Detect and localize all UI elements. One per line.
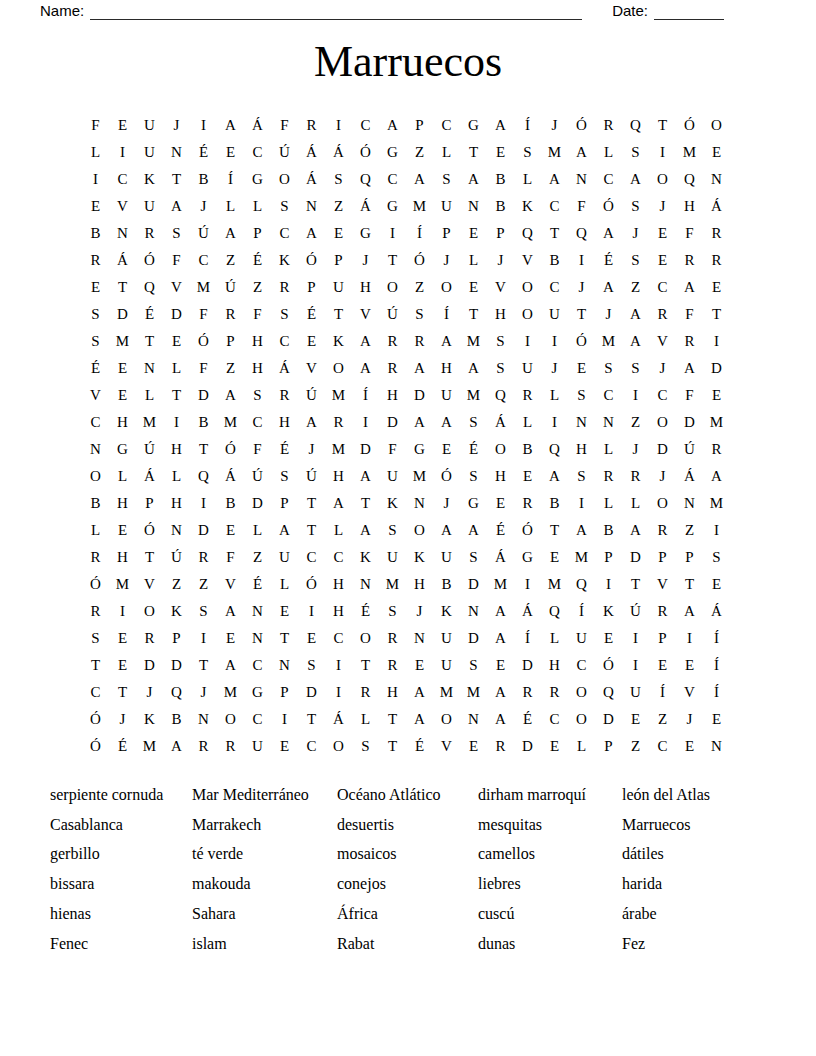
grid-cell[interactable]: C xyxy=(541,706,568,733)
grid-cell[interactable]: S xyxy=(622,139,649,166)
grid-cell[interactable]: S xyxy=(298,652,325,679)
grid-cell[interactable]: D xyxy=(595,706,622,733)
grid-cell[interactable]: N xyxy=(271,652,298,679)
grid-cell[interactable]: B xyxy=(541,247,568,274)
grid-cell[interactable]: U xyxy=(136,193,163,220)
grid-cell[interactable]: M xyxy=(703,409,730,436)
grid-cell[interactable]: É xyxy=(136,301,163,328)
grid-cell[interactable]: D xyxy=(244,490,271,517)
grid-cell[interactable]: E xyxy=(703,139,730,166)
grid-cell[interactable]: R xyxy=(379,652,406,679)
grid-cell[interactable]: S xyxy=(703,544,730,571)
grid-cell[interactable]: Ó xyxy=(406,247,433,274)
grid-cell[interactable]: B xyxy=(82,220,109,247)
grid-cell[interactable]: Z xyxy=(217,247,244,274)
grid-cell[interactable]: H xyxy=(325,598,352,625)
grid-cell[interactable]: L xyxy=(217,193,244,220)
grid-cell[interactable]: F xyxy=(244,436,271,463)
grid-cell[interactable]: M xyxy=(703,490,730,517)
grid-cell[interactable]: L xyxy=(82,139,109,166)
grid-cell[interactable]: É xyxy=(244,247,271,274)
grid-cell[interactable]: A xyxy=(217,652,244,679)
grid-cell[interactable]: E xyxy=(109,517,136,544)
grid-cell[interactable]: S xyxy=(82,301,109,328)
grid-cell[interactable]: L xyxy=(595,139,622,166)
grid-cell[interactable]: S xyxy=(82,625,109,652)
grid-cell[interactable]: C xyxy=(325,544,352,571)
grid-cell[interactable]: I xyxy=(325,679,352,706)
grid-cell[interactable]: A xyxy=(352,517,379,544)
grid-cell[interactable]: Ó xyxy=(514,517,541,544)
grid-cell[interactable]: Ó xyxy=(190,328,217,355)
grid-cell[interactable]: M xyxy=(460,382,487,409)
grid-cell[interactable]: E xyxy=(460,220,487,247)
grid-cell[interactable]: U xyxy=(379,544,406,571)
grid-cell[interactable]: Ó xyxy=(433,463,460,490)
grid-cell[interactable]: E xyxy=(406,652,433,679)
grid-cell[interactable]: Ú xyxy=(217,274,244,301)
grid-cell[interactable]: R xyxy=(406,328,433,355)
grid-cell[interactable]: S xyxy=(622,355,649,382)
grid-cell[interactable]: Q xyxy=(352,166,379,193)
grid-cell[interactable]: F xyxy=(676,382,703,409)
grid-cell[interactable]: T xyxy=(325,301,352,328)
grid-cell[interactable]: T xyxy=(703,301,730,328)
grid-cell[interactable]: A xyxy=(298,409,325,436)
grid-cell[interactable]: G xyxy=(109,436,136,463)
grid-cell[interactable]: C xyxy=(109,166,136,193)
grid-cell[interactable]: R xyxy=(541,679,568,706)
grid-cell[interactable]: C xyxy=(433,112,460,139)
grid-cell[interactable]: S xyxy=(460,652,487,679)
grid-cell[interactable]: Á xyxy=(514,598,541,625)
grid-cell[interactable]: F xyxy=(190,301,217,328)
grid-cell[interactable]: Í xyxy=(406,220,433,247)
grid-cell[interactable]: R xyxy=(514,382,541,409)
grid-cell[interactable]: S xyxy=(568,382,595,409)
grid-cell[interactable]: K xyxy=(271,247,298,274)
grid-cell[interactable]: Ó xyxy=(352,139,379,166)
grid-cell[interactable]: I xyxy=(190,625,217,652)
grid-cell[interactable]: U xyxy=(325,274,352,301)
grid-cell[interactable]: T xyxy=(352,490,379,517)
grid-cell[interactable]: S xyxy=(460,463,487,490)
grid-cell[interactable]: R xyxy=(190,544,217,571)
grid-cell[interactable]: A xyxy=(406,166,433,193)
grid-cell[interactable]: T xyxy=(460,301,487,328)
grid-cell[interactable]: É xyxy=(271,436,298,463)
grid-cell[interactable]: T xyxy=(352,652,379,679)
grid-cell[interactable]: N xyxy=(460,598,487,625)
grid-cell[interactable]: I xyxy=(190,490,217,517)
grid-cell[interactable]: S xyxy=(163,220,190,247)
grid-cell[interactable]: Ú xyxy=(622,598,649,625)
grid-cell[interactable]: A xyxy=(676,598,703,625)
grid-cell[interactable]: T xyxy=(271,625,298,652)
grid-cell[interactable]: N xyxy=(568,166,595,193)
grid-cell[interactable]: C xyxy=(541,193,568,220)
grid-cell[interactable]: É xyxy=(352,598,379,625)
grid-cell[interactable]: Í xyxy=(352,382,379,409)
grid-cell[interactable]: J xyxy=(298,436,325,463)
grid-cell[interactable]: A xyxy=(352,328,379,355)
grid-cell[interactable]: M xyxy=(325,382,352,409)
grid-cell[interactable]: D xyxy=(109,301,136,328)
grid-cell[interactable]: E xyxy=(487,490,514,517)
grid-cell[interactable]: N xyxy=(568,409,595,436)
grid-cell[interactable]: M xyxy=(541,139,568,166)
grid-cell[interactable]: C xyxy=(352,112,379,139)
grid-cell[interactable]: E xyxy=(541,733,568,760)
grid-cell[interactable]: J xyxy=(622,220,649,247)
grid-cell[interactable]: I xyxy=(622,382,649,409)
grid-cell[interactable]: Á xyxy=(352,193,379,220)
grid-cell[interactable]: E xyxy=(649,652,676,679)
grid-cell[interactable]: B xyxy=(82,490,109,517)
grid-cell[interactable]: H xyxy=(352,274,379,301)
grid-cell[interactable]: C xyxy=(244,409,271,436)
grid-cell[interactable]: E xyxy=(271,733,298,760)
grid-cell[interactable]: I xyxy=(163,409,190,436)
grid-cell[interactable]: R xyxy=(649,301,676,328)
grid-cell[interactable]: K xyxy=(163,598,190,625)
grid-cell[interactable]: R xyxy=(649,517,676,544)
grid-cell[interactable]: J xyxy=(676,706,703,733)
grid-cell[interactable]: Á xyxy=(487,544,514,571)
grid-cell[interactable]: Á xyxy=(325,706,352,733)
grid-cell[interactable]: C xyxy=(82,409,109,436)
grid-cell[interactable]: Á xyxy=(298,166,325,193)
grid-cell[interactable]: E xyxy=(433,436,460,463)
grid-cell[interactable]: L xyxy=(568,733,595,760)
grid-cell[interactable]: Í xyxy=(703,652,730,679)
grid-cell[interactable]: Á xyxy=(703,193,730,220)
grid-cell[interactable]: E xyxy=(109,625,136,652)
grid-cell[interactable]: S xyxy=(190,598,217,625)
grid-cell[interactable]: V xyxy=(514,247,541,274)
grid-cell[interactable]: K xyxy=(433,598,460,625)
grid-cell[interactable]: D xyxy=(136,652,163,679)
grid-cell[interactable]: J xyxy=(433,490,460,517)
grid-cell[interactable]: Í xyxy=(568,598,595,625)
grid-cell[interactable]: R xyxy=(514,490,541,517)
grid-cell[interactable]: S xyxy=(487,355,514,382)
grid-cell[interactable]: N xyxy=(82,436,109,463)
grid-cell[interactable]: U xyxy=(379,463,406,490)
grid-cell[interactable]: E xyxy=(487,652,514,679)
grid-cell[interactable]: B xyxy=(487,166,514,193)
grid-cell[interactable]: A xyxy=(541,463,568,490)
grid-cell[interactable]: E xyxy=(568,355,595,382)
grid-cell[interactable]: Á xyxy=(676,463,703,490)
grid-cell[interactable]: E xyxy=(676,733,703,760)
grid-cell[interactable]: É xyxy=(595,247,622,274)
grid-cell[interactable]: G xyxy=(514,544,541,571)
grid-cell[interactable]: M xyxy=(460,328,487,355)
grid-cell[interactable]: K xyxy=(352,544,379,571)
grid-cell[interactable]: U xyxy=(433,544,460,571)
grid-cell[interactable]: A xyxy=(406,679,433,706)
grid-cell[interactable]: E xyxy=(460,274,487,301)
grid-cell[interactable]: N xyxy=(406,490,433,517)
grid-cell[interactable]: Ó xyxy=(82,706,109,733)
grid-cell[interactable]: O xyxy=(136,598,163,625)
grid-cell[interactable]: R xyxy=(190,733,217,760)
grid-cell[interactable]: Í xyxy=(649,679,676,706)
grid-cell[interactable]: M xyxy=(136,733,163,760)
grid-cell[interactable]: I xyxy=(541,328,568,355)
grid-cell[interactable]: M xyxy=(136,409,163,436)
grid-cell[interactable]: I xyxy=(325,652,352,679)
grid-cell[interactable]: I xyxy=(352,409,379,436)
grid-cell[interactable]: P xyxy=(406,112,433,139)
grid-cell[interactable]: J xyxy=(190,679,217,706)
grid-cell[interactable]: I xyxy=(109,598,136,625)
grid-cell[interactable]: B xyxy=(541,490,568,517)
grid-cell[interactable]: S xyxy=(271,193,298,220)
grid-cell[interactable]: T xyxy=(298,517,325,544)
grid-cell[interactable]: Q xyxy=(514,220,541,247)
grid-cell[interactable]: Ó xyxy=(298,571,325,598)
grid-cell[interactable]: F xyxy=(568,193,595,220)
grid-cell[interactable]: L xyxy=(109,463,136,490)
grid-cell[interactable]: K xyxy=(595,598,622,625)
grid-cell[interactable]: M xyxy=(433,679,460,706)
grid-cell[interactable]: C xyxy=(244,139,271,166)
grid-cell[interactable]: U xyxy=(244,733,271,760)
grid-cell[interactable]: N xyxy=(460,193,487,220)
grid-cell[interactable]: Z xyxy=(244,544,271,571)
grid-cell[interactable]: T xyxy=(676,571,703,598)
grid-cell[interactable]: F xyxy=(163,247,190,274)
grid-cell[interactable]: S xyxy=(271,463,298,490)
grid-cell[interactable]: T xyxy=(379,247,406,274)
grid-cell[interactable]: O xyxy=(568,706,595,733)
grid-cell[interactable]: F xyxy=(244,301,271,328)
grid-cell[interactable]: N xyxy=(244,598,271,625)
grid-cell[interactable]: C xyxy=(271,220,298,247)
grid-cell[interactable]: I xyxy=(622,625,649,652)
grid-cell[interactable]: É xyxy=(487,517,514,544)
grid-cell[interactable]: L xyxy=(595,436,622,463)
grid-cell[interactable]: J xyxy=(622,436,649,463)
grid-cell[interactable]: R xyxy=(352,679,379,706)
grid-cell[interactable]: P xyxy=(676,544,703,571)
grid-cell[interactable]: S xyxy=(82,328,109,355)
grid-cell[interactable]: Ó xyxy=(676,112,703,139)
grid-cell[interactable]: M xyxy=(190,274,217,301)
grid-cell[interactable]: H xyxy=(109,544,136,571)
grid-cell[interactable]: J xyxy=(649,463,676,490)
grid-cell[interactable]: C xyxy=(649,382,676,409)
grid-cell[interactable]: Á xyxy=(703,598,730,625)
grid-cell[interactable]: Á xyxy=(325,139,352,166)
grid-cell[interactable]: E xyxy=(487,139,514,166)
grid-cell[interactable]: A xyxy=(487,679,514,706)
grid-cell[interactable]: L xyxy=(352,706,379,733)
grid-cell[interactable]: A xyxy=(487,598,514,625)
grid-cell[interactable]: H xyxy=(487,463,514,490)
grid-cell[interactable]: O xyxy=(352,625,379,652)
grid-cell[interactable]: P xyxy=(298,274,325,301)
grid-cell[interactable]: O xyxy=(703,112,730,139)
grid-cell[interactable]: O xyxy=(271,166,298,193)
grid-cell[interactable]: J xyxy=(136,679,163,706)
grid-cell[interactable]: A xyxy=(433,517,460,544)
grid-cell[interactable]: N xyxy=(460,706,487,733)
grid-cell[interactable]: C xyxy=(82,679,109,706)
grid-cell[interactable]: A xyxy=(379,112,406,139)
grid-cell[interactable]: É xyxy=(82,355,109,382)
grid-cell[interactable]: U xyxy=(622,679,649,706)
grid-cell[interactable]: K xyxy=(406,544,433,571)
grid-cell[interactable]: I xyxy=(703,328,730,355)
grid-cell[interactable]: Z xyxy=(406,139,433,166)
grid-cell[interactable]: O xyxy=(433,706,460,733)
grid-cell[interactable]: A xyxy=(568,139,595,166)
grid-cell[interactable]: M xyxy=(379,571,406,598)
grid-cell[interactable]: J xyxy=(433,247,460,274)
grid-cell[interactable]: É xyxy=(406,733,433,760)
grid-cell[interactable]: H xyxy=(433,355,460,382)
grid-cell[interactable]: T xyxy=(379,733,406,760)
grid-cell[interactable]: R xyxy=(298,112,325,139)
grid-cell[interactable]: H xyxy=(541,652,568,679)
grid-cell[interactable]: Ó xyxy=(82,571,109,598)
grid-cell[interactable]: K xyxy=(136,166,163,193)
grid-cell[interactable]: R xyxy=(676,328,703,355)
grid-cell[interactable]: M xyxy=(325,436,352,463)
grid-cell[interactable]: É xyxy=(298,301,325,328)
grid-cell[interactable]: E xyxy=(82,193,109,220)
grid-cell[interactable]: R xyxy=(487,733,514,760)
grid-cell[interactable]: R xyxy=(649,598,676,625)
grid-cell[interactable]: T xyxy=(136,544,163,571)
grid-cell[interactable]: S xyxy=(406,301,433,328)
grid-cell[interactable]: T xyxy=(190,652,217,679)
grid-cell[interactable]: U xyxy=(433,193,460,220)
grid-cell[interactable]: O xyxy=(82,463,109,490)
grid-cell[interactable]: B xyxy=(514,436,541,463)
grid-cell[interactable]: A xyxy=(460,166,487,193)
grid-cell[interactable]: L xyxy=(163,355,190,382)
grid-cell[interactable]: K xyxy=(514,193,541,220)
grid-cell[interactable]: D xyxy=(379,409,406,436)
grid-cell[interactable]: P xyxy=(649,544,676,571)
grid-cell[interactable]: A xyxy=(568,517,595,544)
grid-cell[interactable]: I xyxy=(568,490,595,517)
grid-cell[interactable]: F xyxy=(217,544,244,571)
grid-cell[interactable]: D xyxy=(622,544,649,571)
grid-cell[interactable]: R xyxy=(379,355,406,382)
date-line[interactable] xyxy=(654,4,724,20)
grid-cell[interactable]: N xyxy=(595,409,622,436)
grid-cell[interactable]: A xyxy=(325,490,352,517)
grid-cell[interactable]: S xyxy=(460,544,487,571)
grid-cell[interactable]: Á xyxy=(244,112,271,139)
grid-cell[interactable]: D xyxy=(460,571,487,598)
grid-cell[interactable]: Á xyxy=(217,463,244,490)
grid-cell[interactable]: R xyxy=(703,247,730,274)
grid-cell[interactable]: I xyxy=(82,166,109,193)
grid-cell[interactable]: U xyxy=(136,112,163,139)
grid-cell[interactable]: S xyxy=(622,193,649,220)
name-line[interactable] xyxy=(90,4,582,20)
grid-cell[interactable]: A xyxy=(406,409,433,436)
grid-cell[interactable]: P xyxy=(136,490,163,517)
grid-cell[interactable]: Ú xyxy=(298,382,325,409)
grid-cell[interactable]: Z xyxy=(649,706,676,733)
grid-cell[interactable]: Ó xyxy=(595,652,622,679)
grid-cell[interactable]: V xyxy=(649,571,676,598)
grid-cell[interactable]: T xyxy=(82,652,109,679)
grid-cell[interactable]: Ú xyxy=(244,463,271,490)
grid-cell[interactable]: T xyxy=(298,706,325,733)
grid-cell[interactable]: D xyxy=(514,733,541,760)
grid-cell[interactable]: J xyxy=(541,355,568,382)
grid-cell[interactable]: A xyxy=(487,112,514,139)
grid-cell[interactable]: C xyxy=(298,544,325,571)
grid-cell[interactable]: Ó xyxy=(298,247,325,274)
grid-cell[interactable]: D xyxy=(190,382,217,409)
grid-cell[interactable]: S xyxy=(622,247,649,274)
grid-cell[interactable]: T xyxy=(190,436,217,463)
grid-cell[interactable]: S xyxy=(595,355,622,382)
grid-cell[interactable]: U xyxy=(136,139,163,166)
grid-cell[interactable]: A xyxy=(406,355,433,382)
grid-cell[interactable]: E xyxy=(109,355,136,382)
grid-cell[interactable]: L xyxy=(541,625,568,652)
grid-cell[interactable]: P xyxy=(271,490,298,517)
grid-cell[interactable]: N xyxy=(109,220,136,247)
grid-cell[interactable]: J xyxy=(190,193,217,220)
grid-cell[interactable]: E xyxy=(298,328,325,355)
grid-cell[interactable]: F xyxy=(82,112,109,139)
grid-cell[interactable]: A xyxy=(163,733,190,760)
grid-cell[interactable]: T xyxy=(541,220,568,247)
grid-cell[interactable]: Á xyxy=(136,463,163,490)
grid-cell[interactable]: L xyxy=(136,382,163,409)
grid-cell[interactable]: T xyxy=(541,517,568,544)
grid-cell[interactable]: H xyxy=(325,463,352,490)
grid-cell[interactable]: A xyxy=(676,274,703,301)
grid-cell[interactable]: I xyxy=(298,598,325,625)
grid-cell[interactable]: L xyxy=(244,517,271,544)
grid-cell[interactable]: R xyxy=(379,625,406,652)
grid-cell[interactable]: E xyxy=(514,463,541,490)
grid-cell[interactable]: Z xyxy=(163,571,190,598)
grid-cell[interactable]: R xyxy=(271,382,298,409)
grid-cell[interactable]: Ó xyxy=(595,193,622,220)
grid-cell[interactable]: D xyxy=(406,382,433,409)
grid-cell[interactable]: U xyxy=(271,544,298,571)
grid-cell[interactable]: E xyxy=(649,220,676,247)
grid-cell[interactable]: N xyxy=(190,706,217,733)
grid-cell[interactable]: E xyxy=(703,571,730,598)
grid-cell[interactable]: Q xyxy=(190,463,217,490)
grid-cell[interactable]: P xyxy=(244,220,271,247)
grid-cell[interactable]: T xyxy=(622,571,649,598)
grid-cell[interactable]: T xyxy=(298,490,325,517)
grid-cell[interactable]: Q xyxy=(595,679,622,706)
grid-cell[interactable]: O xyxy=(514,301,541,328)
grid-cell[interactable]: J xyxy=(568,274,595,301)
grid-cell[interactable]: J xyxy=(352,247,379,274)
grid-cell[interactable]: R xyxy=(136,220,163,247)
grid-cell[interactable]: J xyxy=(541,112,568,139)
grid-cell[interactable]: D xyxy=(676,409,703,436)
grid-cell[interactable]: M xyxy=(406,463,433,490)
